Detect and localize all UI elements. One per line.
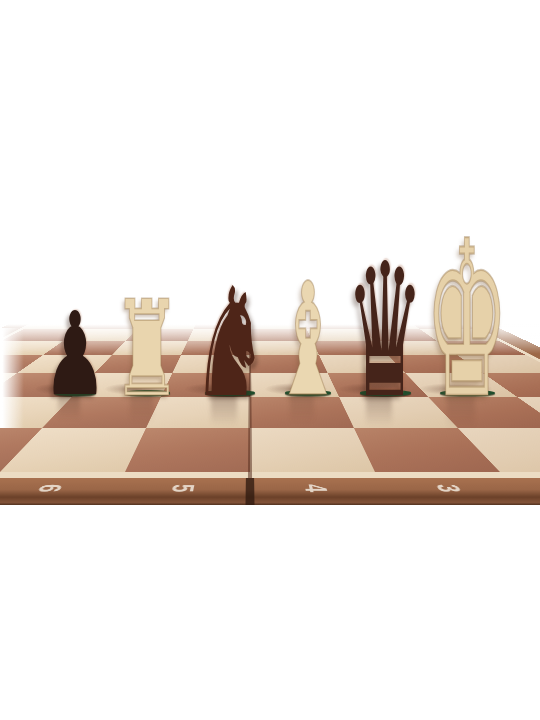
rank-label-5: 5: [112, 478, 250, 499]
rank-label-text: 6: [30, 484, 72, 492]
square-a5[interactable]: [125, 428, 250, 472]
rank-label-text: 4: [298, 484, 336, 492]
white-king[interactable]: ♚: [425, 213, 509, 429]
rank-label-text: 5: [164, 484, 202, 492]
rank-label-2: 2: [506, 478, 540, 499]
black-knight[interactable]: ♞: [191, 268, 268, 419]
white-bishop[interactable]: ♝: [272, 263, 344, 419]
rank-label-3: 3: [378, 478, 526, 499]
rank-label-4: 4: [250, 478, 388, 499]
rank-label-6: 6: [0, 478, 122, 499]
rank-label-text: 3: [428, 484, 470, 492]
fold-seam-rim: [245, 478, 254, 505]
product-photo: 87654321 ♟♜♞♝♛♚: [0, 0, 540, 720]
black-queen[interactable]: ♛: [346, 239, 425, 424]
black-pawn[interactable]: ♟: [43, 297, 108, 412]
white-rook[interactable]: ♜: [112, 282, 182, 415]
square-b1[interactable]: [517, 397, 540, 428]
board-rim: 87654321: [0, 478, 540, 505]
